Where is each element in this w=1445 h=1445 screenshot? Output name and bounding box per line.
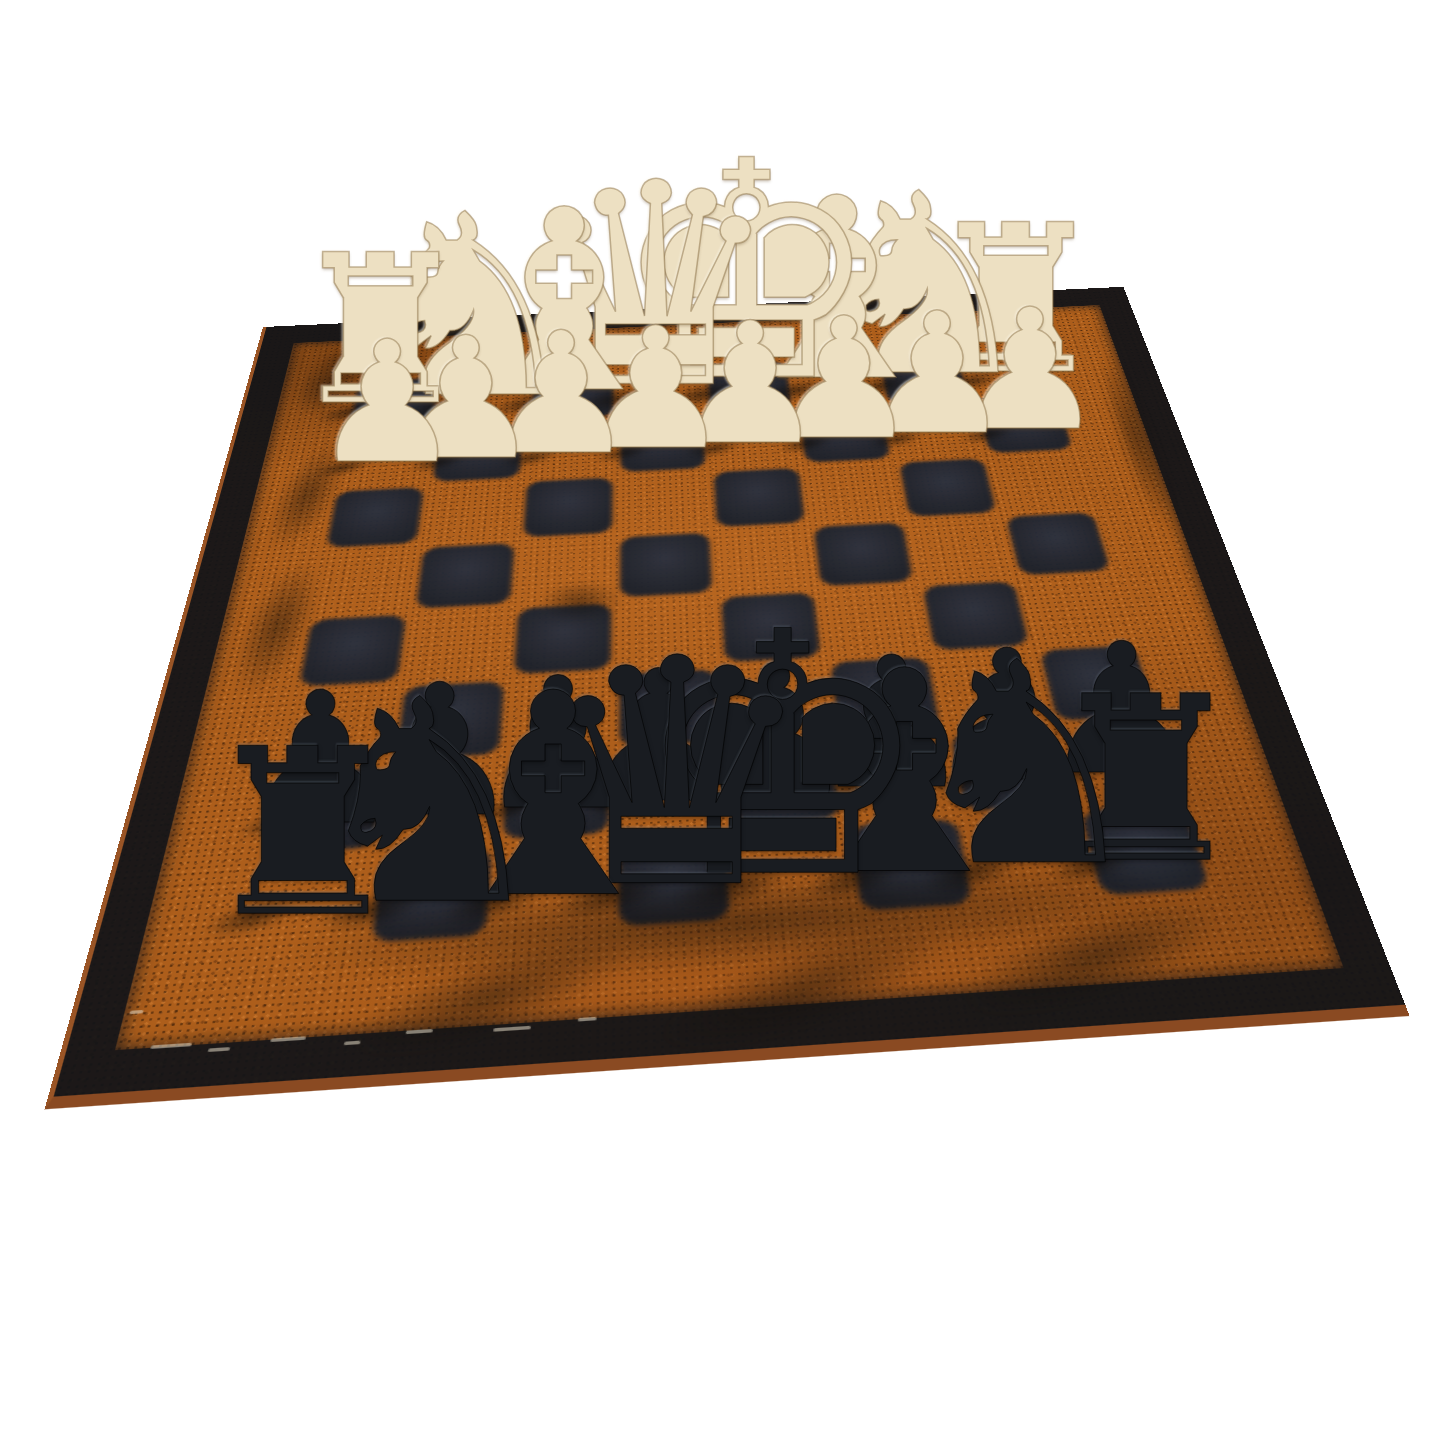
border-scuff (578, 1017, 597, 1022)
black-rook: ♜ (200, 718, 406, 948)
border-scuff (270, 1036, 306, 1042)
photo-caption: Rustic rusted-steel chess board with ste… (0, 0, 1, 1)
border-scuff (150, 1043, 192, 1049)
border-scuff (129, 1010, 143, 1014)
white-pawn: ♟ (312, 319, 463, 487)
border-scuff (208, 1047, 231, 1052)
screenshot-root: Rustic rusted-steel chess board with ste… (0, 0, 1445, 1445)
dark-square (1005, 512, 1110, 575)
dark-square (416, 543, 514, 609)
